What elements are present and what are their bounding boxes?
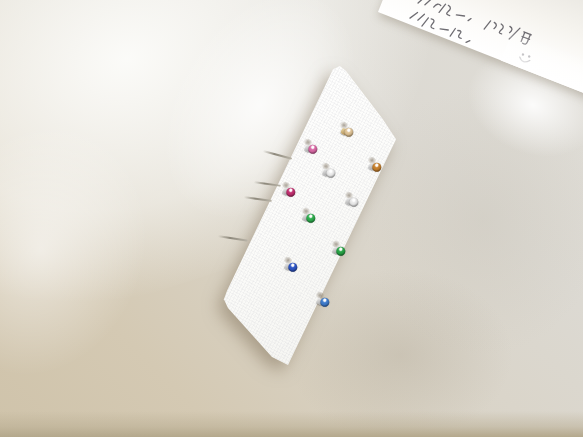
smiley-face-icon <box>519 52 532 63</box>
handwritten-note <box>378 0 583 100</box>
earring-wire <box>254 181 281 186</box>
earring-wire <box>244 196 272 201</box>
earring-wire <box>218 235 248 241</box>
earring-wire <box>263 150 292 159</box>
photo-earring-card-in-bowl <box>0 0 583 437</box>
handwritten-text <box>407 0 583 94</box>
bowl-bottom-shade <box>0 411 583 437</box>
bowl-left-highlight <box>0 55 217 437</box>
